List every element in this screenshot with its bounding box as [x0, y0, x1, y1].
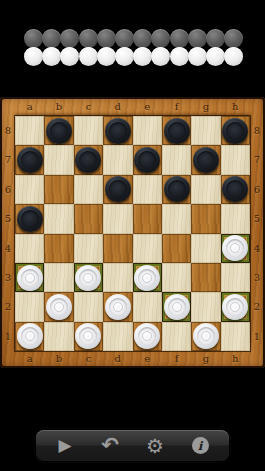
black-man-e7[interactable] [134, 147, 160, 173]
white-tray-piece [170, 47, 189, 66]
white-tray-piece [24, 47, 43, 66]
square-e8[interactable] [133, 116, 162, 145]
square-a3[interactable] [15, 263, 44, 292]
square-c6[interactable] [74, 175, 103, 204]
square-a4[interactable] [15, 234, 44, 263]
square-h7[interactable] [221, 145, 250, 174]
settings-button[interactable]: ⚙ [140, 431, 170, 461]
square-f1[interactable] [162, 322, 191, 351]
square-c5[interactable] [74, 204, 103, 233]
white-man-g1[interactable] [193, 323, 219, 349]
black-tray-piece [151, 29, 170, 48]
square-c8[interactable] [74, 116, 103, 145]
play-button[interactable]: ▶ [50, 431, 80, 461]
square-b7[interactable] [44, 145, 73, 174]
info-icon: i [192, 437, 209, 454]
square-d2[interactable] [103, 292, 132, 321]
black-man-b8[interactable] [46, 118, 72, 144]
square-b5[interactable] [44, 204, 73, 233]
square-e7[interactable] [133, 145, 162, 174]
square-d7[interactable] [103, 145, 132, 174]
white-tray-piece [60, 47, 79, 66]
undo-button[interactable]: ↶ [95, 431, 125, 461]
rank-label-left-4: 4 [2, 234, 14, 263]
square-h8[interactable] [221, 116, 250, 145]
square-f8[interactable] [162, 116, 191, 145]
square-b1[interactable] [44, 322, 73, 351]
square-e2[interactable] [133, 292, 162, 321]
white-tray-piece [97, 47, 116, 66]
file-label-top-d: d [103, 101, 132, 112]
square-g5[interactable] [191, 204, 220, 233]
black-man-a7[interactable] [17, 147, 43, 173]
rank-label-right-3: 3 [251, 263, 263, 292]
white-tray-piece [79, 47, 98, 66]
square-g7[interactable] [191, 145, 220, 174]
black-man-c7[interactable] [75, 147, 101, 173]
white-tray-piece [133, 47, 152, 66]
square-f7[interactable] [162, 145, 191, 174]
file-label-top-g: g [191, 101, 220, 112]
file-label-top-f: f [162, 101, 191, 112]
rank-label-right-4: 4 [251, 234, 263, 263]
black-man-a5[interactable] [17, 206, 43, 232]
rank-label-left-7: 7 [2, 145, 14, 174]
square-h3[interactable] [221, 263, 250, 292]
white-man-b2[interactable] [46, 294, 72, 320]
white-man-a1[interactable] [17, 323, 43, 349]
black-tray-piece [97, 29, 116, 48]
rank-label-left-5: 5 [2, 204, 14, 233]
board-grid [15, 116, 250, 351]
file-label-bottom-d: d [103, 353, 132, 364]
black-tray-piece [60, 29, 79, 48]
square-b3[interactable] [44, 263, 73, 292]
white-man-e3[interactable] [134, 265, 160, 291]
file-label-bottom-f: f [162, 353, 191, 364]
square-h2[interactable] [221, 292, 250, 321]
rank-label-left-1: 1 [2, 322, 14, 351]
white-tray-piece [151, 47, 170, 66]
square-c3[interactable] [74, 263, 103, 292]
square-f2[interactable] [162, 292, 191, 321]
square-e6[interactable] [133, 175, 162, 204]
black-tray-piece [79, 29, 98, 48]
square-b4[interactable] [44, 234, 73, 263]
toolbar: ▶↶⚙i [36, 430, 229, 461]
rank-label-right-7: 7 [251, 145, 263, 174]
file-label-top-h: h [221, 101, 250, 112]
square-d3[interactable] [103, 263, 132, 292]
white-man-f2[interactable] [164, 294, 190, 320]
file-label-bottom-a: a [15, 353, 44, 364]
square-h1[interactable] [221, 322, 250, 351]
black-tray-piece [42, 29, 61, 48]
white-tray-piece [224, 47, 243, 66]
square-a2[interactable] [15, 292, 44, 321]
square-b2[interactable] [44, 292, 73, 321]
white-man-h2[interactable] [222, 294, 248, 320]
white-tray-piece [115, 47, 134, 66]
rank-label-left-2: 2 [2, 292, 14, 321]
rank-label-right-6: 6 [251, 175, 263, 204]
square-g6[interactable] [191, 175, 220, 204]
square-a6[interactable] [15, 175, 44, 204]
square-a1[interactable] [15, 322, 44, 351]
white-man-c1[interactable] [75, 323, 101, 349]
rank-label-right-1: 1 [251, 322, 263, 351]
square-c7[interactable] [74, 145, 103, 174]
black-man-h8[interactable] [222, 118, 248, 144]
white-man-a3[interactable] [17, 265, 43, 291]
white-tray-piece [188, 47, 207, 66]
square-f3[interactable] [162, 263, 191, 292]
square-d5[interactable] [103, 204, 132, 233]
white-man-h4[interactable] [222, 235, 248, 261]
gear-icon: ⚙ [146, 436, 164, 456]
black-tray-piece [224, 29, 243, 48]
square-e4[interactable] [133, 234, 162, 263]
square-f5[interactable] [162, 204, 191, 233]
square-g4[interactable] [191, 234, 220, 263]
rank-label-left-3: 3 [2, 263, 14, 292]
square-g8[interactable] [191, 116, 220, 145]
square-a8[interactable] [15, 116, 44, 145]
square-e3[interactable] [133, 263, 162, 292]
square-a7[interactable] [15, 145, 44, 174]
rank-label-right-5: 5 [251, 204, 263, 233]
file-label-bottom-g: g [191, 353, 220, 364]
square-a5[interactable] [15, 204, 44, 233]
square-c4[interactable] [74, 234, 103, 263]
white-man-c3[interactable] [75, 265, 101, 291]
black-man-h6[interactable] [222, 176, 248, 202]
square-f6[interactable] [162, 175, 191, 204]
undo-icon: ↶ [101, 435, 119, 456]
black-tray-piece [206, 29, 225, 48]
black-tray-piece [24, 29, 43, 48]
black-pieces-tray [24, 29, 242, 48]
rank-label-right-8: 8 [251, 116, 263, 145]
square-d1[interactable] [103, 322, 132, 351]
file-label-bottom-c: c [74, 353, 103, 364]
square-f4[interactable] [162, 234, 191, 263]
file-label-bottom-e: e [133, 353, 162, 364]
square-c2[interactable] [74, 292, 103, 321]
white-man-d2[interactable] [105, 294, 131, 320]
play-icon: ▶ [58, 437, 71, 454]
rank-label-right-2: 2 [251, 292, 263, 321]
square-b6[interactable] [44, 175, 73, 204]
file-label-top-e: e [133, 101, 162, 112]
square-h5[interactable] [221, 204, 250, 233]
black-man-f6[interactable] [164, 176, 190, 202]
file-label-bottom-h: h [221, 353, 250, 364]
black-tray-piece [170, 29, 189, 48]
checkers-app: aabbccddeeffgghh8877665544332211 ▶↶⚙i [0, 0, 265, 471]
black-man-f8[interactable] [164, 118, 190, 144]
square-c1[interactable] [74, 322, 103, 351]
square-b8[interactable] [44, 116, 73, 145]
white-pieces-tray [24, 47, 242, 66]
square-g3[interactable] [191, 263, 220, 292]
file-label-top-a: a [15, 101, 44, 112]
square-e5[interactable] [133, 204, 162, 233]
black-tray-piece [133, 29, 152, 48]
info-button[interactable]: i [185, 431, 215, 461]
square-d4[interactable] [103, 234, 132, 263]
file-label-top-c: c [74, 101, 103, 112]
square-g2[interactable] [191, 292, 220, 321]
checkers-board: aabbccddeeffgghh8877665544332211 [0, 97, 265, 368]
square-e1[interactable] [133, 322, 162, 351]
black-man-g7[interactable] [193, 147, 219, 173]
black-tray-piece [115, 29, 134, 48]
black-man-d8[interactable] [105, 118, 131, 144]
white-tray-piece [42, 47, 61, 66]
black-man-d6[interactable] [105, 176, 131, 202]
square-g1[interactable] [191, 322, 220, 351]
file-label-bottom-b: b [44, 353, 73, 364]
square-h6[interactable] [221, 175, 250, 204]
square-h4[interactable] [221, 234, 250, 263]
square-d6[interactable] [103, 175, 132, 204]
white-man-e1[interactable] [134, 323, 160, 349]
rank-label-left-6: 6 [2, 175, 14, 204]
file-label-top-b: b [44, 101, 73, 112]
rank-label-left-8: 8 [2, 116, 14, 145]
black-tray-piece [188, 29, 207, 48]
white-tray-piece [206, 47, 225, 66]
square-d8[interactable] [103, 116, 132, 145]
